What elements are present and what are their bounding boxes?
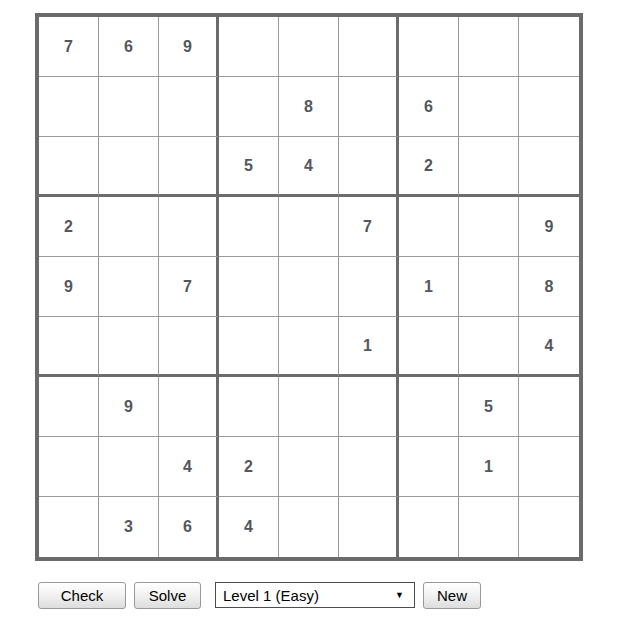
cell-r4c2[interactable] xyxy=(99,197,159,257)
cell-r7c5[interactable] xyxy=(279,377,339,437)
cell-r3c1[interactable] xyxy=(39,137,99,197)
cell-r6c1[interactable] xyxy=(39,317,99,377)
cell-r3c2[interactable] xyxy=(99,137,159,197)
cell-r2c3[interactable] xyxy=(159,77,219,137)
cell-r9c6[interactable] xyxy=(339,497,399,557)
cell-r1c4[interactable] xyxy=(219,17,279,77)
cell-r8c8: 1 xyxy=(459,437,519,497)
cell-r9c1[interactable] xyxy=(39,497,99,557)
cell-r5c3: 7 xyxy=(159,257,219,317)
cell-r3c6[interactable] xyxy=(339,137,399,197)
controls-bar: Check Solve Level 1 (Easy) ▼ New xyxy=(38,581,481,609)
cell-r7c7[interactable] xyxy=(399,377,459,437)
cell-r5c2[interactable] xyxy=(99,257,159,317)
cell-r8c4: 2 xyxy=(219,437,279,497)
cell-r4c4[interactable] xyxy=(219,197,279,257)
cell-r8c2[interactable] xyxy=(99,437,159,497)
cell-r5c9: 8 xyxy=(519,257,579,317)
cell-r4c9: 9 xyxy=(519,197,579,257)
cell-r7c3[interactable] xyxy=(159,377,219,437)
cell-r3c9[interactable] xyxy=(519,137,579,197)
cell-r1c6[interactable] xyxy=(339,17,399,77)
cell-r1c1: 7 xyxy=(39,17,99,77)
cell-r7c8: 5 xyxy=(459,377,519,437)
cell-r7c4[interactable] xyxy=(219,377,279,437)
cell-r3c5: 4 xyxy=(279,137,339,197)
cell-r6c4[interactable] xyxy=(219,317,279,377)
cell-r8c3: 4 xyxy=(159,437,219,497)
cell-r9c9[interactable] xyxy=(519,497,579,557)
cell-r1c9[interactable] xyxy=(519,17,579,77)
cell-r8c9[interactable] xyxy=(519,437,579,497)
cell-r9c5[interactable] xyxy=(279,497,339,557)
cell-r4c6: 7 xyxy=(339,197,399,257)
cell-r2c8[interactable] xyxy=(459,77,519,137)
level-select-wrap: Level 1 (Easy) ▼ xyxy=(215,582,415,608)
cell-r7c2: 9 xyxy=(99,377,159,437)
solve-button[interactable]: Solve xyxy=(134,582,201,609)
sudoku-page: 7698654227997181495421364 Check Solve Le… xyxy=(0,0,620,620)
cell-r8c5[interactable] xyxy=(279,437,339,497)
cell-r4c3[interactable] xyxy=(159,197,219,257)
cell-r8c7[interactable] xyxy=(399,437,459,497)
cell-r5c5[interactable] xyxy=(279,257,339,317)
cell-r6c7[interactable] xyxy=(399,317,459,377)
check-button[interactable]: Check xyxy=(38,582,126,609)
new-button[interactable]: New xyxy=(423,582,481,609)
cell-r6c5[interactable] xyxy=(279,317,339,377)
cell-r1c3: 9 xyxy=(159,17,219,77)
cell-r7c9[interactable] xyxy=(519,377,579,437)
cell-r5c8[interactable] xyxy=(459,257,519,317)
cell-r2c6[interactable] xyxy=(339,77,399,137)
cell-r2c9[interactable] xyxy=(519,77,579,137)
cell-r1c2: 6 xyxy=(99,17,159,77)
cell-r9c3: 6 xyxy=(159,497,219,557)
cell-r6c9: 4 xyxy=(519,317,579,377)
cell-r6c6: 1 xyxy=(339,317,399,377)
cell-r4c7[interactable] xyxy=(399,197,459,257)
cell-r9c8[interactable] xyxy=(459,497,519,557)
cell-r3c4: 5 xyxy=(219,137,279,197)
cell-r1c5[interactable] xyxy=(279,17,339,77)
cell-r2c1[interactable] xyxy=(39,77,99,137)
cell-r3c7: 2 xyxy=(399,137,459,197)
cell-r5c4[interactable] xyxy=(219,257,279,317)
cell-r7c1[interactable] xyxy=(39,377,99,437)
cell-r5c1: 9 xyxy=(39,257,99,317)
cell-r9c2: 3 xyxy=(99,497,159,557)
cell-r6c2[interactable] xyxy=(99,317,159,377)
cell-r1c7[interactable] xyxy=(399,17,459,77)
cell-r7c6[interactable] xyxy=(339,377,399,437)
cell-r8c6[interactable] xyxy=(339,437,399,497)
cell-r4c5[interactable] xyxy=(279,197,339,257)
cell-r9c4: 4 xyxy=(219,497,279,557)
cell-r5c7: 1 xyxy=(399,257,459,317)
cell-r1c8[interactable] xyxy=(459,17,519,77)
cell-r8c1[interactable] xyxy=(39,437,99,497)
cell-r5c6[interactable] xyxy=(339,257,399,317)
level-select[interactable]: Level 1 (Easy) xyxy=(215,582,415,608)
cell-r4c8[interactable] xyxy=(459,197,519,257)
sudoku-board: 7698654227997181495421364 xyxy=(35,13,583,561)
cell-r3c3[interactable] xyxy=(159,137,219,197)
cell-r2c5: 8 xyxy=(279,77,339,137)
cell-r6c8[interactable] xyxy=(459,317,519,377)
cell-r9c7[interactable] xyxy=(399,497,459,557)
cell-r3c8[interactable] xyxy=(459,137,519,197)
cell-r2c2[interactable] xyxy=(99,77,159,137)
cell-r6c3[interactable] xyxy=(159,317,219,377)
cell-r2c7: 6 xyxy=(399,77,459,137)
cell-r2c4[interactable] xyxy=(219,77,279,137)
cell-r4c1: 2 xyxy=(39,197,99,257)
